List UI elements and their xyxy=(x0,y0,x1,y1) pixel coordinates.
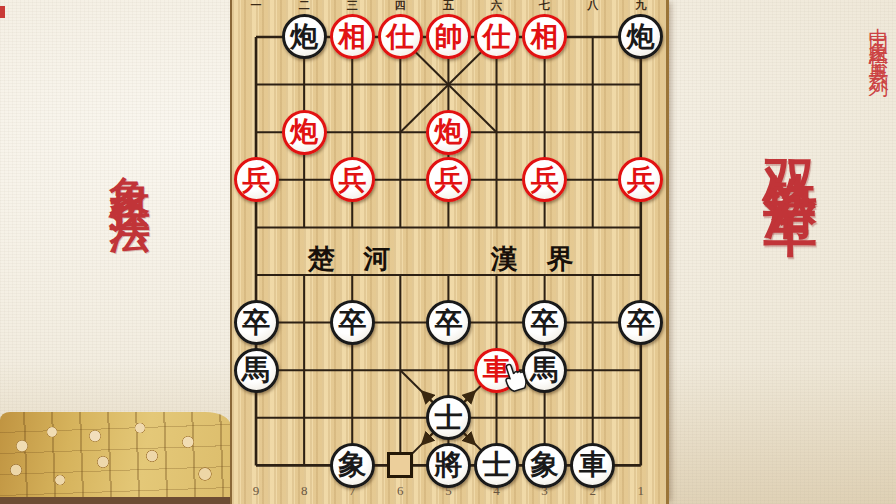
file-label-top: 三 xyxy=(328,0,376,12)
series-title: 中国象棋宝典系列 xyxy=(866,12,893,68)
piece-black-f3r10[interactable]: 象 xyxy=(330,443,375,488)
right-title-calligraphy: 双铁滑车 xyxy=(753,116,826,172)
piece-black-f8r10[interactable]: 車 xyxy=(570,443,615,488)
piece-red-f3r4[interactable]: 兵 xyxy=(330,157,375,202)
file-label-top: 四 xyxy=(376,0,424,12)
piece-red-f3r1[interactable]: 相 xyxy=(330,14,375,59)
piece-black-f7r10[interactable]: 象 xyxy=(522,443,567,488)
piece-black-f9r1[interactable]: 炮 xyxy=(618,14,663,59)
pieces-layer: 炮相仕帥仕相炮炮炮兵兵兵兵兵卒卒卒卒卒馬車馬士象將士象車 xyxy=(232,13,665,489)
piece-black-f7r8[interactable]: 馬 xyxy=(522,348,567,393)
video-frame: 象棋兵法 双铁滑车 中国象棋宝典系列 一二三四五六七八九 987654321 楚… xyxy=(0,0,896,504)
file-label-top: 六 xyxy=(472,0,520,12)
xiangqi-board[interactable]: 一二三四五六七八九 987654321 楚 河 漢 界 炮相仕帥仕相炮炮炮兵兵兵… xyxy=(230,0,669,504)
piece-black-f9r7[interactable]: 卒 xyxy=(618,300,663,345)
piece-red-f6r1[interactable]: 仕 xyxy=(474,14,519,59)
left-title-calligraphy: 象棋兵法 xyxy=(103,143,158,191)
piece-black-f3r7[interactable]: 卒 xyxy=(330,300,375,345)
piece-black-f2r1[interactable]: 炮 xyxy=(282,14,327,59)
piece-red-f2r3[interactable]: 炮 xyxy=(282,110,327,155)
piece-black-f7r7[interactable]: 卒 xyxy=(522,300,567,345)
file-label-top: 二 xyxy=(280,0,328,12)
left-edge-red-mark xyxy=(0,6,5,18)
piece-black-f6r10[interactable]: 士 xyxy=(474,443,519,488)
hand-cursor-icon xyxy=(500,360,526,393)
file-labels-top: 一二三四五六七八九 xyxy=(232,0,665,12)
file-label-top: 一 xyxy=(232,0,280,12)
piece-red-f5r4[interactable]: 兵 xyxy=(426,157,471,202)
piece-black-f1r7[interactable]: 卒 xyxy=(234,300,279,345)
piece-black-f5r7[interactable]: 卒 xyxy=(426,300,471,345)
photo-table-edge xyxy=(0,497,233,504)
file-label-top: 七 xyxy=(521,0,569,12)
file-label-top: 五 xyxy=(424,0,472,12)
piece-red-f7r4[interactable]: 兵 xyxy=(522,157,567,202)
piece-black-f1r8[interactable]: 馬 xyxy=(234,348,279,393)
piece-black-f5r10[interactable]: 將 xyxy=(426,443,471,488)
piece-red-f5r1[interactable]: 帥 xyxy=(426,14,471,59)
piece-red-f4r1[interactable]: 仕 xyxy=(378,14,423,59)
file-label-top: 九 xyxy=(617,0,665,12)
piece-black-f5r9[interactable]: 士 xyxy=(426,395,471,440)
piece-red-f5r3[interactable]: 炮 xyxy=(426,110,471,155)
file-label-top: 八 xyxy=(569,0,617,12)
decorative-board-photo xyxy=(0,412,231,497)
piece-red-f7r1[interactable]: 相 xyxy=(522,14,567,59)
piece-red-f1r4[interactable]: 兵 xyxy=(234,157,279,202)
piece-red-f9r4[interactable]: 兵 xyxy=(618,157,663,202)
